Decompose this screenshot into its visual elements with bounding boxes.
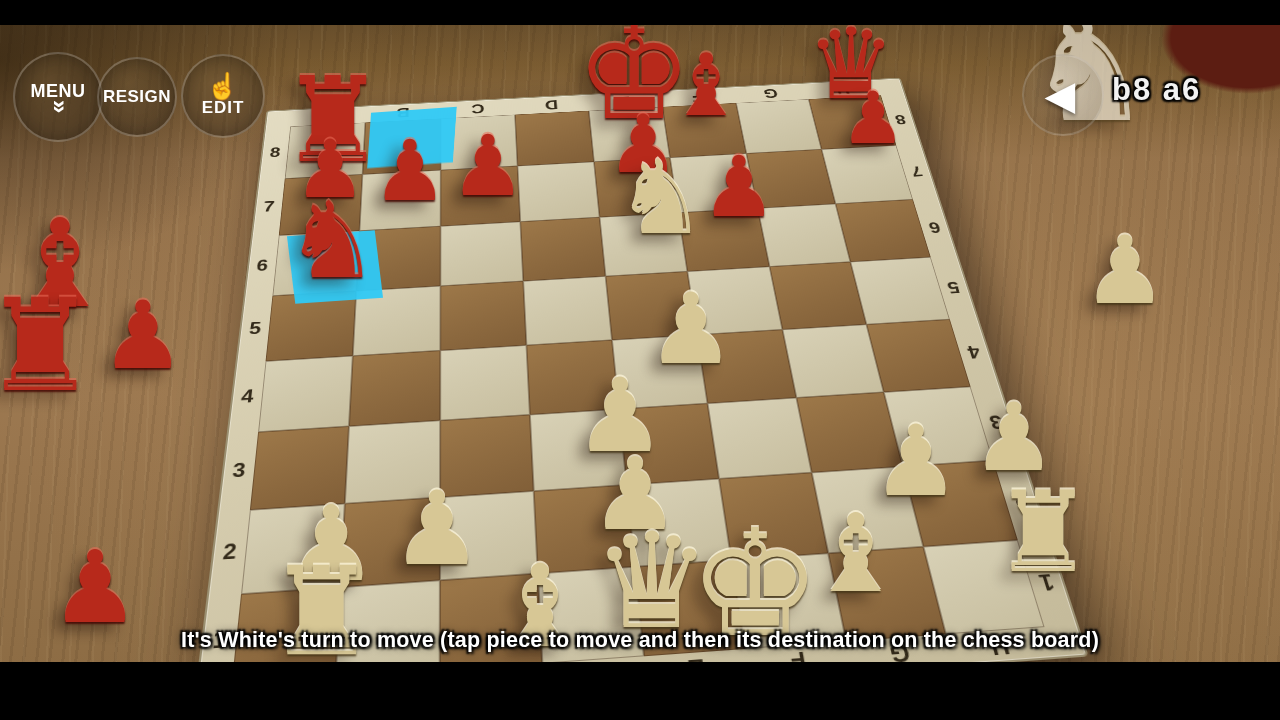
resign-button[interactable]: RESIGN [97, 57, 177, 137]
edit-button-label: EDIT [202, 98, 245, 118]
piece-red-pawn-b7[interactable]: ♟ [372, 129, 447, 213]
square-a4[interactable] [258, 356, 353, 432]
square-c6[interactable] [440, 221, 523, 285]
piece-white-bishop-f1[interactable]: ♝ [808, 500, 905, 608]
piece-white-pawn-c2[interactable]: ♟ [391, 478, 482, 580]
hand-pointer-icon: ☝ [206, 74, 239, 98]
square-c4[interactable] [440, 345, 530, 420]
captured-red-rook[interactable]: ♜ [0, 282, 97, 410]
square-g5[interactable] [769, 262, 866, 330]
back-arrow-icon: ◀ [1045, 75, 1076, 115]
square-c5[interactable] [440, 281, 526, 351]
square-d7[interactable] [517, 162, 599, 221]
chess-app-screen: ABCDEFGH ABCDEFGH 87654321 87654321 ♜♟♟♟… [0, 0, 1280, 720]
piece-white-knight-e6[interactable]: ♞ [615, 147, 706, 249]
chevron-down-icon: » [51, 100, 65, 114]
status-message: It's White's turn to move (tap piece to … [0, 628, 1280, 653]
piece-red-pawn-c7[interactable]: ♟ [450, 124, 525, 208]
square-f3[interactable] [708, 398, 811, 478]
square-d5[interactable] [523, 276, 612, 345]
piece-red-knight-a6[interactable]: ♞ [284, 188, 379, 294]
piece-white-rook-a1[interactable]: ♜ [267, 551, 376, 673]
captured-red-pawn-1[interactable]: ♟ [101, 289, 185, 383]
piece-red-pawn-h7[interactable]: ♟ [841, 82, 906, 154]
resign-button-label: RESIGN [103, 87, 171, 107]
letterbox-bar-bottom [0, 662, 1280, 720]
square-d6[interactable] [520, 217, 605, 281]
last-move-indicator: ◀ b8 a6 [1022, 54, 1280, 134]
menu-button-label: MENU [31, 81, 86, 102]
piece-red-pawn-f6[interactable]: ♟ [701, 145, 776, 229]
menu-button[interactable]: MENU » [13, 52, 103, 142]
square-b4[interactable] [349, 351, 440, 427]
last-move-text: b8 a6 [1112, 72, 1201, 108]
captured-red-pawn-2[interactable]: ♟ [50, 538, 140, 638]
undo-back-button[interactable]: ◀ [1022, 54, 1104, 136]
edit-button[interactable]: ☝ EDIT [181, 54, 265, 138]
letterbox-bar-top [0, 0, 1280, 25]
captured-white-pawn[interactable]: ♟ [1083, 224, 1167, 318]
piece-white-rook-h1[interactable]: ♜ [993, 476, 1093, 588]
